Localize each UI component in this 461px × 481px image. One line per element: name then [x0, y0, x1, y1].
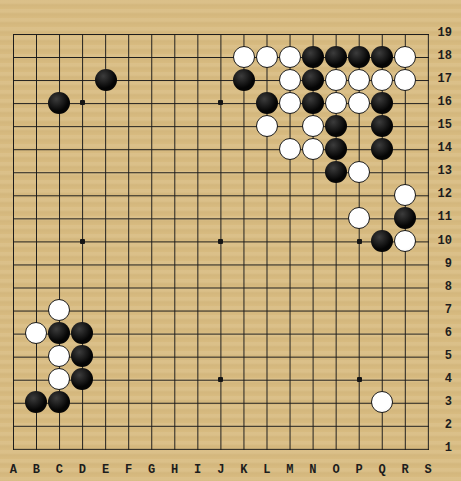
intersection[interactable]	[348, 137, 371, 160]
intersection[interactable]	[48, 68, 71, 91]
intersection[interactable]	[48, 114, 71, 137]
intersection[interactable]	[71, 68, 94, 91]
intersection[interactable]	[371, 91, 394, 114]
intersection[interactable]	[255, 253, 278, 276]
intersection[interactable]	[25, 45, 48, 68]
intersection[interactable]	[301, 45, 324, 68]
intersection[interactable]	[117, 114, 140, 137]
intersection[interactable]	[371, 22, 394, 45]
intersection[interactable]	[117, 68, 140, 91]
intersection[interactable]	[301, 91, 324, 114]
intersection[interactable]	[301, 414, 324, 437]
intersection[interactable]	[94, 45, 117, 68]
intersection[interactable]	[25, 414, 48, 437]
intersection[interactable]	[232, 206, 255, 229]
intersection[interactable]	[186, 299, 209, 322]
intersection[interactable]	[232, 437, 255, 460]
intersection[interactable]	[301, 160, 324, 183]
intersection[interactable]	[255, 45, 278, 68]
intersection[interactable]	[324, 160, 347, 183]
intersection[interactable]	[278, 299, 301, 322]
intersection[interactable]	[324, 45, 347, 68]
intersection[interactable]	[71, 276, 94, 299]
intersection[interactable]	[371, 206, 394, 229]
intersection[interactable]	[163, 414, 186, 437]
intersection[interactable]	[371, 276, 394, 299]
intersection[interactable]	[278, 368, 301, 391]
intersection[interactable]	[140, 160, 163, 183]
intersection[interactable]	[163, 368, 186, 391]
intersection[interactable]	[71, 322, 94, 345]
intersection[interactable]	[48, 391, 71, 414]
intersection[interactable]	[371, 137, 394, 160]
intersection[interactable]	[348, 45, 371, 68]
intersection[interactable]	[117, 183, 140, 206]
intersection[interactable]	[94, 22, 117, 45]
intersection[interactable]	[48, 160, 71, 183]
intersection[interactable]	[71, 253, 94, 276]
intersection[interactable]	[232, 345, 255, 368]
intersection[interactable]	[278, 414, 301, 437]
intersection[interactable]	[278, 230, 301, 253]
intersection[interactable]	[394, 160, 417, 183]
intersection[interactable]	[348, 368, 371, 391]
intersection[interactable]	[163, 91, 186, 114]
intersection[interactable]	[140, 391, 163, 414]
intersection[interactable]	[140, 22, 163, 45]
intersection[interactable]	[163, 160, 186, 183]
intersection[interactable]	[278, 322, 301, 345]
intersection[interactable]	[117, 91, 140, 114]
intersection[interactable]	[2, 114, 25, 137]
intersection[interactable]	[394, 68, 417, 91]
intersection[interactable]	[48, 91, 71, 114]
intersection[interactable]	[324, 91, 347, 114]
intersection[interactable]	[255, 160, 278, 183]
intersection[interactable]	[186, 230, 209, 253]
intersection[interactable]	[186, 91, 209, 114]
intersection[interactable]	[278, 22, 301, 45]
intersection[interactable]	[348, 437, 371, 460]
intersection[interactable]	[186, 253, 209, 276]
intersection[interactable]	[348, 230, 371, 253]
intersection[interactable]	[255, 206, 278, 229]
intersection[interactable]	[301, 183, 324, 206]
intersection[interactable]	[163, 45, 186, 68]
intersection[interactable]	[163, 114, 186, 137]
intersection[interactable]	[94, 137, 117, 160]
intersection[interactable]	[48, 206, 71, 229]
intersection[interactable]	[394, 206, 417, 229]
intersection[interactable]	[232, 322, 255, 345]
intersection[interactable]	[255, 414, 278, 437]
intersection[interactable]	[255, 91, 278, 114]
intersection[interactable]	[94, 345, 117, 368]
intersection[interactable]	[140, 253, 163, 276]
intersection[interactable]	[94, 160, 117, 183]
intersection[interactable]	[140, 206, 163, 229]
intersection[interactable]	[117, 22, 140, 45]
intersection[interactable]	[140, 137, 163, 160]
intersection[interactable]	[163, 391, 186, 414]
intersection[interactable]	[324, 368, 347, 391]
intersection[interactable]	[324, 437, 347, 460]
intersection[interactable]	[232, 276, 255, 299]
intersection[interactable]	[163, 322, 186, 345]
intersection[interactable]	[348, 160, 371, 183]
intersection[interactable]	[163, 253, 186, 276]
intersection[interactable]	[25, 114, 48, 137]
intersection[interactable]	[232, 391, 255, 414]
intersection[interactable]	[140, 414, 163, 437]
intersection[interactable]	[117, 160, 140, 183]
intersection[interactable]	[301, 114, 324, 137]
intersection[interactable]	[394, 391, 417, 414]
intersection[interactable]	[48, 345, 71, 368]
intersection[interactable]	[2, 322, 25, 345]
intersection[interactable]	[394, 137, 417, 160]
intersection[interactable]	[140, 91, 163, 114]
intersection[interactable]	[71, 114, 94, 137]
intersection[interactable]	[2, 276, 25, 299]
intersection[interactable]	[394, 91, 417, 114]
intersection[interactable]	[371, 114, 394, 137]
intersection[interactable]	[278, 137, 301, 160]
intersection[interactable]	[48, 183, 71, 206]
intersection[interactable]	[2, 45, 25, 68]
intersection[interactable]	[163, 183, 186, 206]
intersection[interactable]	[348, 91, 371, 114]
intersection[interactable]	[209, 368, 232, 391]
intersection[interactable]	[301, 345, 324, 368]
intersection[interactable]	[371, 160, 394, 183]
intersection[interactable]	[94, 299, 117, 322]
intersection[interactable]	[186, 414, 209, 437]
intersection[interactable]	[71, 91, 94, 114]
intersection[interactable]	[2, 183, 25, 206]
intersection[interactable]	[94, 206, 117, 229]
intersection[interactable]	[209, 230, 232, 253]
intersection[interactable]	[71, 22, 94, 45]
intersection[interactable]	[255, 230, 278, 253]
intersection[interactable]	[117, 137, 140, 160]
intersection[interactable]	[140, 230, 163, 253]
intersection[interactable]	[2, 160, 25, 183]
intersection[interactable]	[348, 345, 371, 368]
intersection[interactable]	[301, 322, 324, 345]
intersection[interactable]	[324, 299, 347, 322]
intersection[interactable]	[371, 230, 394, 253]
intersection[interactable]	[186, 68, 209, 91]
intersection[interactable]	[186, 206, 209, 229]
intersection[interactable]	[209, 414, 232, 437]
intersection[interactable]	[163, 68, 186, 91]
intersection[interactable]	[348, 22, 371, 45]
intersection[interactable]	[348, 183, 371, 206]
intersection[interactable]	[348, 206, 371, 229]
intersection[interactable]	[117, 437, 140, 460]
intersection[interactable]	[186, 45, 209, 68]
intersection[interactable]	[348, 322, 371, 345]
intersection[interactable]	[371, 368, 394, 391]
intersection[interactable]	[117, 368, 140, 391]
intersection[interactable]	[255, 137, 278, 160]
intersection[interactable]	[71, 299, 94, 322]
intersection[interactable]	[348, 114, 371, 137]
intersection[interactable]	[140, 183, 163, 206]
intersection[interactable]	[209, 160, 232, 183]
intersection[interactable]	[232, 253, 255, 276]
intersection[interactable]	[209, 206, 232, 229]
intersection[interactable]	[255, 114, 278, 137]
intersection[interactable]	[209, 322, 232, 345]
intersection[interactable]	[324, 230, 347, 253]
intersection[interactable]	[255, 391, 278, 414]
intersection[interactable]	[25, 68, 48, 91]
intersection[interactable]	[25, 230, 48, 253]
intersection[interactable]	[163, 437, 186, 460]
intersection[interactable]	[394, 183, 417, 206]
intersection[interactable]	[2, 137, 25, 160]
intersection[interactable]	[371, 68, 394, 91]
intersection[interactable]	[394, 253, 417, 276]
intersection[interactable]	[94, 114, 117, 137]
intersection[interactable]	[71, 230, 94, 253]
intersection[interactable]	[348, 253, 371, 276]
intersection[interactable]	[394, 414, 417, 437]
intersection[interactable]	[348, 276, 371, 299]
intersection[interactable]	[255, 22, 278, 45]
intersection[interactable]	[394, 345, 417, 368]
intersection[interactable]	[278, 91, 301, 114]
intersection[interactable]	[140, 368, 163, 391]
intersection[interactable]	[94, 437, 117, 460]
intersection[interactable]	[25, 322, 48, 345]
intersection[interactable]	[140, 322, 163, 345]
intersection[interactable]	[301, 230, 324, 253]
intersection[interactable]	[71, 160, 94, 183]
intersection[interactable]	[348, 299, 371, 322]
intersection[interactable]	[278, 183, 301, 206]
intersection[interactable]	[255, 276, 278, 299]
intersection[interactable]	[25, 160, 48, 183]
intersection[interactable]	[163, 230, 186, 253]
intersection[interactable]	[71, 368, 94, 391]
intersection[interactable]	[25, 437, 48, 460]
intersection[interactable]	[371, 391, 394, 414]
intersection[interactable]	[71, 414, 94, 437]
intersection[interactable]	[186, 391, 209, 414]
intersection[interactable]	[301, 391, 324, 414]
intersection[interactable]	[232, 160, 255, 183]
intersection[interactable]	[71, 183, 94, 206]
intersection[interactable]	[186, 276, 209, 299]
intersection[interactable]	[163, 276, 186, 299]
intersection[interactable]	[25, 91, 48, 114]
intersection[interactable]	[232, 183, 255, 206]
intersection[interactable]	[94, 276, 117, 299]
intersection[interactable]	[324, 345, 347, 368]
intersection[interactable]	[394, 437, 417, 460]
intersection[interactable]	[117, 299, 140, 322]
intersection[interactable]	[301, 206, 324, 229]
intersection[interactable]	[2, 299, 25, 322]
intersection[interactable]	[94, 183, 117, 206]
intersection[interactable]	[278, 437, 301, 460]
intersection[interactable]	[94, 253, 117, 276]
intersection[interactable]	[140, 345, 163, 368]
intersection[interactable]	[209, 45, 232, 68]
intersection[interactable]	[25, 391, 48, 414]
intersection[interactable]	[48, 276, 71, 299]
intersection[interactable]	[209, 253, 232, 276]
intersection[interactable]	[140, 276, 163, 299]
intersection[interactable]	[48, 299, 71, 322]
intersection[interactable]	[394, 45, 417, 68]
intersection[interactable]	[163, 137, 186, 160]
intersection[interactable]	[117, 253, 140, 276]
intersection[interactable]	[48, 414, 71, 437]
intersection[interactable]	[324, 22, 347, 45]
intersection[interactable]	[25, 22, 48, 45]
intersection[interactable]	[324, 391, 347, 414]
intersection[interactable]	[348, 68, 371, 91]
intersection[interactable]	[301, 299, 324, 322]
intersection[interactable]	[186, 114, 209, 137]
intersection[interactable]	[255, 322, 278, 345]
intersection[interactable]	[255, 68, 278, 91]
intersection[interactable]	[301, 368, 324, 391]
intersection[interactable]	[301, 437, 324, 460]
intersection[interactable]	[25, 183, 48, 206]
intersection[interactable]	[25, 299, 48, 322]
intersection[interactable]	[394, 230, 417, 253]
intersection[interactable]	[2, 68, 25, 91]
intersection[interactable]	[25, 137, 48, 160]
intersection[interactable]	[94, 322, 117, 345]
intersection[interactable]	[278, 276, 301, 299]
intersection[interactable]	[2, 368, 25, 391]
intersection[interactable]	[232, 414, 255, 437]
intersection[interactable]	[71, 437, 94, 460]
intersection[interactable]	[232, 230, 255, 253]
intersection[interactable]	[94, 391, 117, 414]
intersection[interactable]	[301, 68, 324, 91]
intersection[interactable]	[324, 322, 347, 345]
intersection[interactable]	[186, 183, 209, 206]
intersection[interactable]	[255, 299, 278, 322]
intersection[interactable]	[255, 183, 278, 206]
intersection[interactable]	[140, 45, 163, 68]
intersection[interactable]	[278, 68, 301, 91]
intersection[interactable]	[117, 345, 140, 368]
intersection[interactable]	[25, 206, 48, 229]
intersection[interactable]	[48, 230, 71, 253]
intersection[interactable]	[371, 345, 394, 368]
intersection[interactable]	[140, 299, 163, 322]
intersection[interactable]	[2, 437, 25, 460]
intersection[interactable]	[71, 206, 94, 229]
intersection[interactable]	[371, 437, 394, 460]
intersection[interactable]	[394, 299, 417, 322]
intersection[interactable]	[371, 183, 394, 206]
intersection[interactable]	[48, 22, 71, 45]
intersection[interactable]	[140, 437, 163, 460]
intersection[interactable]	[324, 414, 347, 437]
intersection[interactable]	[209, 68, 232, 91]
intersection[interactable]	[117, 414, 140, 437]
intersection[interactable]	[117, 230, 140, 253]
intersection[interactable]	[232, 299, 255, 322]
intersection[interactable]	[186, 368, 209, 391]
intersection[interactable]	[209, 91, 232, 114]
intersection[interactable]	[301, 253, 324, 276]
intersection[interactable]	[71, 137, 94, 160]
intersection[interactable]	[232, 368, 255, 391]
intersection[interactable]	[94, 91, 117, 114]
intersection[interactable]	[232, 68, 255, 91]
intersection[interactable]	[163, 345, 186, 368]
intersection[interactable]	[371, 299, 394, 322]
intersection[interactable]	[186, 22, 209, 45]
intersection[interactable]	[25, 276, 48, 299]
intersection[interactable]	[255, 345, 278, 368]
intersection[interactable]	[94, 68, 117, 91]
intersection[interactable]	[209, 437, 232, 460]
intersection[interactable]	[324, 253, 347, 276]
intersection[interactable]	[255, 437, 278, 460]
intersection[interactable]	[48, 368, 71, 391]
intersection[interactable]	[2, 391, 25, 414]
intersection[interactable]	[48, 437, 71, 460]
intersection[interactable]	[2, 206, 25, 229]
intersection[interactable]	[371, 322, 394, 345]
intersection[interactable]	[394, 114, 417, 137]
intersection[interactable]	[117, 276, 140, 299]
intersection[interactable]	[186, 160, 209, 183]
intersection[interactable]	[394, 276, 417, 299]
intersection[interactable]	[71, 391, 94, 414]
intersection[interactable]	[394, 22, 417, 45]
intersection[interactable]	[163, 299, 186, 322]
intersection[interactable]	[140, 68, 163, 91]
intersection[interactable]	[117, 322, 140, 345]
intersection[interactable]	[71, 345, 94, 368]
intersection[interactable]	[140, 114, 163, 137]
intersection[interactable]	[25, 253, 48, 276]
intersection[interactable]	[324, 68, 347, 91]
intersection[interactable]	[209, 114, 232, 137]
intersection[interactable]	[278, 160, 301, 183]
intersection[interactable]	[2, 22, 25, 45]
intersection[interactable]	[348, 391, 371, 414]
intersection[interactable]	[232, 22, 255, 45]
intersection[interactable]	[371, 253, 394, 276]
intersection[interactable]	[278, 253, 301, 276]
intersection[interactable]	[25, 345, 48, 368]
intersection[interactable]	[301, 137, 324, 160]
intersection[interactable]	[301, 22, 324, 45]
intersection[interactable]	[278, 206, 301, 229]
intersection[interactable]	[209, 345, 232, 368]
intersection[interactable]	[232, 137, 255, 160]
intersection[interactable]	[324, 137, 347, 160]
intersection[interactable]	[209, 183, 232, 206]
intersection[interactable]	[278, 391, 301, 414]
intersection[interactable]	[117, 206, 140, 229]
intersection[interactable]	[348, 414, 371, 437]
intersection[interactable]	[186, 437, 209, 460]
